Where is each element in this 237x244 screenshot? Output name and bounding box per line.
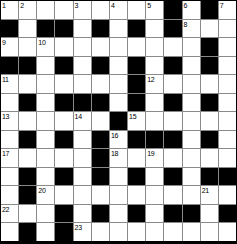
cell-r7c4[interactable] — [74, 131, 91, 149]
blocked-cell — [92, 168, 109, 186]
cell-r0c2[interactable] — [37, 1, 54, 19]
blocked-cell — [92, 205, 109, 223]
cell-r4c0[interactable]: 11 — [1, 75, 18, 93]
cell-r6c0[interactable]: 13 — [1, 112, 18, 130]
cell-r6c7[interactable]: 15 — [128, 112, 145, 130]
cell-r7c12[interactable] — [219, 131, 236, 149]
cell-r3c8[interactable] — [146, 57, 163, 75]
cell-r5c6[interactable] — [110, 94, 127, 112]
blocked-cell — [110, 112, 127, 130]
cell-r1c11[interactable] — [201, 20, 218, 38]
blocked-cell — [92, 57, 109, 75]
cell-r6c12[interactable] — [219, 112, 236, 130]
clue-number: 23 — [75, 223, 82, 232]
blocked-cell — [128, 168, 145, 186]
clue-number: 11 — [2, 75, 9, 84]
cell-r10c6[interactable] — [110, 186, 127, 204]
cell-r4c2[interactable] — [37, 75, 54, 93]
cell-r6c3[interactable] — [55, 112, 72, 130]
cell-r6c4[interactable]: 14 — [74, 112, 91, 130]
blocked-cell — [1, 20, 18, 38]
cell-r12c5[interactable] — [92, 223, 109, 241]
clue-number: 8 — [184, 20, 188, 29]
blocked-cell — [164, 205, 181, 223]
cell-r2c9[interactable] — [164, 38, 181, 56]
cell-r7c0[interactable] — [1, 131, 18, 149]
cell-r0c3[interactable] — [55, 1, 72, 19]
blocked-cell — [55, 94, 72, 112]
cell-r5c0[interactable] — [1, 94, 18, 112]
cell-r8c1[interactable] — [19, 149, 36, 167]
cell-r2c4[interactable] — [74, 38, 91, 56]
cell-r7c6[interactable]: 16 — [110, 131, 127, 149]
cell-r2c3[interactable] — [55, 38, 72, 56]
blocked-cell — [55, 205, 72, 223]
blocked-cell — [183, 205, 200, 223]
cell-r0c1[interactable]: 2 — [19, 1, 36, 19]
cell-r8c0[interactable]: 17 — [1, 149, 18, 167]
cell-r2c10[interactable] — [183, 38, 200, 56]
cell-r1c6[interactable] — [110, 20, 127, 38]
cell-r2c2[interactable]: 10 — [37, 38, 54, 56]
blocked-cell — [55, 20, 72, 38]
clue-number: 18 — [111, 149, 118, 158]
blocked-cell — [74, 94, 91, 112]
cell-r8c12[interactable] — [219, 149, 236, 167]
cell-r0c0[interactable]: 1 — [1, 1, 18, 19]
cell-r12c11[interactable] — [201, 223, 218, 241]
cell-r10c9[interactable] — [164, 186, 181, 204]
cell-r8c4[interactable] — [74, 149, 91, 167]
clue-number: 19 — [147, 149, 154, 158]
cell-r12c10[interactable] — [183, 223, 200, 241]
blocked-cell — [201, 1, 218, 19]
cell-r2c12[interactable] — [219, 38, 236, 56]
cell-r4c5[interactable] — [92, 75, 109, 93]
cell-r10c8[interactable] — [146, 186, 163, 204]
blocked-cell — [55, 131, 72, 149]
blocked-cell — [128, 57, 145, 75]
blocked-cell — [201, 38, 218, 56]
cell-r4c11[interactable] — [201, 75, 218, 93]
cell-r11c1[interactable] — [19, 205, 36, 223]
cell-r0c10[interactable]: 6 — [183, 1, 200, 19]
clue-number: 3 — [75, 1, 79, 10]
cell-r10c2[interactable]: 20 — [37, 186, 54, 204]
blocked-cell — [201, 57, 218, 75]
cell-r12c7[interactable] — [128, 223, 145, 241]
cell-r1c8[interactable] — [146, 20, 163, 38]
clue-number: 15 — [129, 112, 136, 121]
cell-r2c5[interactable] — [92, 38, 109, 56]
cell-r4c4[interactable] — [74, 75, 91, 93]
cell-r6c1[interactable] — [19, 112, 36, 130]
cell-r4c12[interactable] — [219, 75, 236, 93]
clue-number: 14 — [75, 112, 82, 121]
cell-r10c0[interactable] — [1, 186, 18, 204]
cell-r10c5[interactable] — [92, 186, 109, 204]
cell-r4c3[interactable] — [55, 75, 72, 93]
cell-r0c5[interactable] — [92, 1, 109, 19]
cell-r6c11[interactable] — [201, 112, 218, 130]
cell-r9c8[interactable] — [146, 168, 163, 186]
cell-r8c2[interactable] — [37, 149, 54, 167]
cell-r3c4[interactable] — [74, 57, 91, 75]
cell-r11c11[interactable] — [201, 205, 218, 223]
cell-r12c12[interactable] — [219, 223, 236, 241]
cell-r11c4[interactable] — [74, 205, 91, 223]
blocked-cell — [201, 131, 218, 149]
cell-r9c0[interactable] — [1, 168, 18, 186]
cell-r2c1[interactable] — [19, 38, 36, 56]
blocked-cell — [55, 168, 72, 186]
cell-r9c2[interactable] — [37, 168, 54, 186]
cell-r11c6[interactable] — [110, 205, 127, 223]
blocked-cell — [19, 168, 36, 186]
blocked-cell — [19, 223, 36, 241]
blocked-cell — [128, 20, 145, 38]
blocked-cell — [146, 131, 163, 149]
clue-number: 21 — [202, 186, 209, 195]
cell-r6c2[interactable] — [37, 112, 54, 130]
cell-r2c6[interactable] — [110, 38, 127, 56]
cell-r10c3[interactable] — [55, 186, 72, 204]
blocked-cell — [55, 57, 72, 75]
cell-r4c6[interactable] — [110, 75, 127, 93]
blocked-cell — [92, 131, 109, 149]
clue-number: 10 — [38, 38, 45, 47]
cell-r0c12[interactable]: 7 — [219, 1, 236, 19]
cell-r0c7[interactable] — [128, 1, 145, 19]
clue-number: 6 — [184, 1, 188, 10]
clue-number: 7 — [220, 1, 224, 10]
cell-r6c10[interactable] — [183, 112, 200, 130]
blocked-cell — [19, 94, 36, 112]
cell-r5c10[interactable] — [183, 94, 200, 112]
cell-r11c8[interactable] — [146, 205, 163, 223]
blocked-cell — [92, 94, 109, 112]
cell-r10c7[interactable] — [128, 186, 145, 204]
cell-r1c4[interactable] — [74, 20, 91, 38]
blocked-cell — [164, 168, 181, 186]
cell-r4c10[interactable] — [183, 75, 200, 93]
cell-r12c8[interactable] — [146, 223, 163, 241]
cell-r11c2[interactable] — [37, 205, 54, 223]
clue-number: 1 — [2, 1, 6, 10]
clue-number: 4 — [111, 1, 115, 10]
clue-number: 12 — [147, 75, 154, 84]
cell-r9c4[interactable] — [74, 168, 91, 186]
cell-r6c9[interactable] — [164, 112, 181, 130]
cell-r8c8[interactable]: 19 — [146, 149, 163, 167]
cell-r0c4[interactable]: 3 — [74, 1, 91, 19]
cell-r3c12[interactable] — [219, 57, 236, 75]
cell-r8c6[interactable]: 18 — [110, 149, 127, 167]
cell-r1c1[interactable] — [19, 20, 36, 38]
cell-r1c10[interactable]: 8 — [183, 20, 200, 38]
blocked-cell — [128, 131, 145, 149]
cell-r12c4[interactable]: 23 — [74, 223, 91, 241]
blocked-cell — [128, 75, 145, 93]
cell-r5c8[interactable] — [146, 94, 163, 112]
crossword-grid: 1234567891011121314151617181920212223 — [0, 0, 237, 244]
blocked-cell — [1, 57, 18, 75]
cell-r4c8[interactable]: 12 — [146, 75, 163, 93]
cell-r7c2[interactable] — [37, 131, 54, 149]
cell-r8c3[interactable] — [55, 149, 72, 167]
cell-r8c9[interactable] — [164, 149, 181, 167]
cell-r2c0[interactable]: 9 — [1, 38, 18, 56]
cell-r9c10[interactable] — [183, 168, 200, 186]
blocked-cell — [164, 20, 181, 38]
clue-number: 20 — [38, 186, 45, 195]
cell-r8c11[interactable] — [201, 149, 218, 167]
clue-number: 5 — [147, 1, 151, 10]
cell-r9c6[interactable] — [110, 168, 127, 186]
cell-r0c6[interactable]: 4 — [110, 1, 127, 19]
clue-number: 17 — [2, 149, 9, 158]
cell-r12c9[interactable] — [164, 223, 181, 241]
clue-number: 2 — [20, 1, 24, 10]
blocked-cell — [55, 223, 72, 241]
blocked-cell — [19, 131, 36, 149]
blocked-cell — [19, 57, 36, 75]
blocked-cell — [92, 149, 109, 167]
cell-r8c7[interactable] — [128, 149, 145, 167]
cell-r10c11[interactable]: 21 — [201, 186, 218, 204]
blocked-cell — [128, 205, 145, 223]
cell-r3c2[interactable] — [37, 57, 54, 75]
cell-r4c1[interactable] — [19, 75, 36, 93]
cell-r6c5[interactable] — [92, 112, 109, 130]
cell-r8c10[interactable] — [183, 149, 200, 167]
blocked-cell — [219, 168, 236, 186]
cell-r12c6[interactable] — [110, 223, 127, 241]
blocked-cell — [164, 94, 181, 112]
cell-r12c2[interactable] — [37, 223, 54, 241]
blocked-cell — [164, 57, 181, 75]
blocked-cell — [37, 20, 54, 38]
blocked-cell — [128, 94, 145, 112]
cell-r3c6[interactable] — [110, 57, 127, 75]
blocked-cell — [201, 94, 218, 112]
cell-r2c7[interactable] — [128, 38, 145, 56]
clue-number: 13 — [2, 112, 9, 121]
clue-number: 9 — [2, 38, 6, 47]
cell-r1c12[interactable] — [219, 20, 236, 38]
blocked-cell — [201, 168, 218, 186]
cell-r4c9[interactable] — [164, 75, 181, 93]
blocked-cell — [164, 131, 181, 149]
cell-r2c8[interactable] — [146, 38, 163, 56]
blocked-cell — [92, 20, 109, 38]
cell-r10c12[interactable] — [219, 186, 236, 204]
cell-r12c0[interactable] — [1, 223, 18, 241]
cell-r7c10[interactable] — [183, 131, 200, 149]
cell-r0c8[interactable]: 5 — [146, 1, 163, 19]
cell-r6c8[interactable] — [146, 112, 163, 130]
cell-r11c0[interactable]: 22 — [1, 205, 18, 223]
clue-number: 16 — [111, 131, 118, 140]
blocked-cell — [219, 205, 236, 223]
clue-number: 22 — [2, 205, 9, 214]
cell-r5c12[interactable] — [219, 94, 236, 112]
cell-r5c2[interactable] — [37, 94, 54, 112]
cell-r10c4[interactable] — [74, 186, 91, 204]
cell-r3c10[interactable] — [183, 57, 200, 75]
blocked-cell — [164, 1, 181, 19]
blocked-cell — [19, 186, 36, 204]
cell-r10c10[interactable] — [183, 186, 200, 204]
